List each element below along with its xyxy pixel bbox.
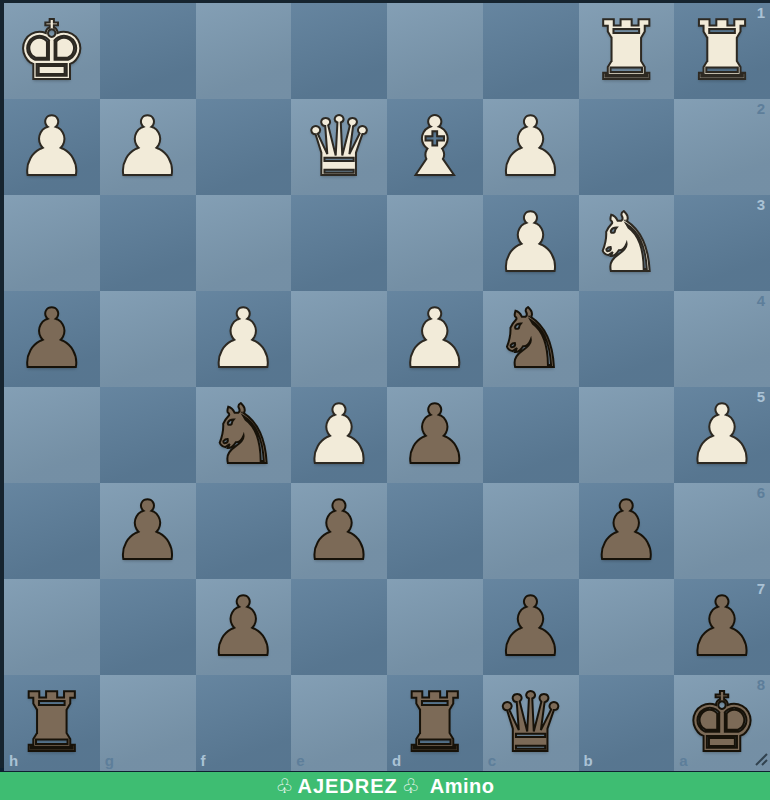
- black-rook-piece: ♜: [15, 675, 89, 771]
- file-label-g: g: [105, 753, 114, 769]
- square-d8[interactable]: ♜d: [387, 675, 483, 771]
- square-a6[interactable]: 6: [674, 483, 770, 579]
- square-e7[interactable]: [291, 579, 387, 675]
- square-f7[interactable]: ♟: [196, 579, 292, 675]
- square-g6[interactable]: ♟: [100, 483, 196, 579]
- square-a3[interactable]: 3: [674, 195, 770, 291]
- file-label-b: b: [584, 753, 593, 769]
- square-a5[interactable]: ♟5: [674, 387, 770, 483]
- white-king-piece: ♚: [15, 3, 89, 99]
- black-pawn-piece: ♟: [111, 483, 185, 579]
- square-h7[interactable]: [4, 579, 100, 675]
- square-d6[interactable]: [387, 483, 483, 579]
- rank-label-2: 2: [757, 101, 765, 117]
- white-queen-piece: ♛: [302, 99, 376, 195]
- square-d7[interactable]: [387, 579, 483, 675]
- black-pawn-piece: ♟: [302, 483, 376, 579]
- rank-label-3: 3: [757, 197, 765, 213]
- rank-label-5: 5: [757, 389, 765, 405]
- file-label-e: e: [296, 753, 304, 769]
- square-b1[interactable]: ♜: [579, 3, 675, 99]
- club-icon: ♧: [276, 776, 294, 796]
- square-a7[interactable]: ♟7: [674, 579, 770, 675]
- square-c4[interactable]: ♞: [483, 291, 579, 387]
- rank-label-4: 4: [757, 293, 765, 309]
- square-c6[interactable]: [483, 483, 579, 579]
- club-icon: ♧: [402, 776, 420, 796]
- white-pawn-piece: ♟: [207, 291, 281, 387]
- square-e3[interactable]: [291, 195, 387, 291]
- square-f1[interactable]: [196, 3, 292, 99]
- square-f8[interactable]: f: [196, 675, 292, 771]
- white-pawn-piece: ♟: [111, 99, 185, 195]
- white-pawn-piece: ♟: [398, 291, 472, 387]
- square-b4[interactable]: [579, 291, 675, 387]
- square-e8[interactable]: e: [291, 675, 387, 771]
- black-rook-piece: ♜: [398, 675, 472, 771]
- white-pawn-piece: ♟: [15, 99, 89, 195]
- square-g4[interactable]: [100, 291, 196, 387]
- resize-handle-icon[interactable]: [752, 750, 768, 766]
- square-a1[interactable]: ♜1: [674, 3, 770, 99]
- square-f2[interactable]: [196, 99, 292, 195]
- white-rook-piece: ♜: [590, 3, 664, 99]
- rank-label-6: 6: [757, 485, 765, 501]
- white-pawn-piece: ♟: [494, 195, 568, 291]
- file-label-f: f: [201, 753, 206, 769]
- square-b8[interactable]: b: [579, 675, 675, 771]
- square-g1[interactable]: [100, 3, 196, 99]
- square-a4[interactable]: 4: [674, 291, 770, 387]
- square-b3[interactable]: ♞: [579, 195, 675, 291]
- white-rook-piece: ♜: [685, 3, 759, 99]
- square-f6[interactable]: [196, 483, 292, 579]
- banner-subtitle: Amino: [430, 775, 495, 798]
- black-king-piece: ♚: [685, 675, 759, 771]
- square-a2[interactable]: 2: [674, 99, 770, 195]
- file-label-d: d: [392, 753, 401, 769]
- square-c7[interactable]: ♟: [483, 579, 579, 675]
- square-c1[interactable]: [483, 3, 579, 99]
- square-d2[interactable]: ♝: [387, 99, 483, 195]
- square-h2[interactable]: ♟: [4, 99, 100, 195]
- square-d1[interactable]: [387, 3, 483, 99]
- white-bishop-piece: ♝: [398, 99, 472, 195]
- square-g5[interactable]: [100, 387, 196, 483]
- square-f3[interactable]: [196, 195, 292, 291]
- page: ♚♜♜1♟♟♛♝♟2♟♞3♟♟♟♞4♞♟♟♟5♟♟♟6♟♟♟7♜hgfe♜d♛c…: [0, 0, 770, 800]
- square-d5[interactable]: ♟: [387, 387, 483, 483]
- square-f4[interactable]: ♟: [196, 291, 292, 387]
- square-c3[interactable]: ♟: [483, 195, 579, 291]
- square-e6[interactable]: ♟: [291, 483, 387, 579]
- square-c2[interactable]: ♟: [483, 99, 579, 195]
- black-pawn-piece: ♟: [207, 579, 281, 675]
- black-pawn-piece: ♟: [494, 579, 568, 675]
- square-b7[interactable]: [579, 579, 675, 675]
- black-pawn-piece: ♟: [15, 291, 89, 387]
- square-g2[interactable]: ♟: [100, 99, 196, 195]
- black-knight-piece: ♞: [207, 387, 281, 483]
- white-knight-piece: ♞: [590, 195, 664, 291]
- square-h1[interactable]: ♚: [4, 3, 100, 99]
- branding-banner: ♧ AJEDREZ ♧ Amino: [0, 772, 770, 800]
- square-h4[interactable]: ♟: [4, 291, 100, 387]
- square-f5[interactable]: ♞: [196, 387, 292, 483]
- square-g8[interactable]: g: [100, 675, 196, 771]
- square-d3[interactable]: [387, 195, 483, 291]
- rank-label-7: 7: [757, 581, 765, 597]
- board-grid: ♚♜♜1♟♟♛♝♟2♟♞3♟♟♟♞4♞♟♟♟5♟♟♟6♟♟♟7♜hgfe♜d♛c…: [4, 3, 770, 768]
- chess-board: ♚♜♜1♟♟♛♝♟2♟♞3♟♟♟♞4♞♟♟♟5♟♟♟6♟♟♟7♜hgfe♜d♛c…: [4, 3, 770, 768]
- rank-label-1: 1: [757, 5, 765, 21]
- banner-title: AJEDREZ: [297, 775, 397, 798]
- square-h3[interactable]: [4, 195, 100, 291]
- square-e2[interactable]: ♛: [291, 99, 387, 195]
- black-pawn-piece: ♟: [590, 483, 664, 579]
- file-label-c: c: [488, 753, 496, 769]
- rank-label-8: 8: [757, 677, 765, 693]
- square-g3[interactable]: [100, 195, 196, 291]
- file-label-h: h: [9, 753, 18, 769]
- black-pawn-piece: ♟: [398, 387, 472, 483]
- black-queen-piece: ♛: [494, 675, 568, 771]
- square-e1[interactable]: [291, 3, 387, 99]
- square-h8[interactable]: ♜h: [4, 675, 100, 771]
- square-e4[interactable]: [291, 291, 387, 387]
- square-c8[interactable]: ♛c: [483, 675, 579, 771]
- square-d4[interactable]: ♟: [387, 291, 483, 387]
- square-h5[interactable]: [4, 387, 100, 483]
- white-pawn-piece: ♟: [302, 387, 376, 483]
- file-label-a: a: [679, 753, 687, 769]
- black-pawn-piece: ♟: [685, 579, 759, 675]
- square-b5[interactable]: [579, 387, 675, 483]
- white-pawn-piece: ♟: [494, 99, 568, 195]
- square-g7[interactable]: [100, 579, 196, 675]
- black-knight-piece: ♞: [494, 291, 568, 387]
- square-b2[interactable]: [579, 99, 675, 195]
- white-pawn-piece: ♟: [685, 387, 759, 483]
- square-b6[interactable]: ♟: [579, 483, 675, 579]
- square-h6[interactable]: [4, 483, 100, 579]
- square-c5[interactable]: [483, 387, 579, 483]
- square-e5[interactable]: ♟: [291, 387, 387, 483]
